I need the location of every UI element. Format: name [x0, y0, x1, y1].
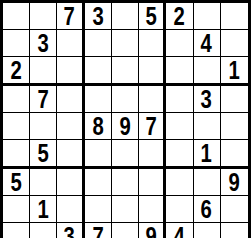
cell-r7c4[interactable] — [85, 169, 112, 196]
cell-r7c9[interactable]: 9 — [221, 169, 248, 196]
cell-r8c3[interactable] — [57, 196, 84, 223]
cell-r2c5[interactable] — [112, 30, 139, 57]
cell-r2c1[interactable] — [3, 30, 30, 57]
cell-r3c7[interactable] — [166, 57, 193, 86]
cell-r9c5[interactable] — [112, 223, 139, 238]
cell-r9c1[interactable] — [3, 223, 30, 238]
cell-r6c3[interactable] — [57, 140, 84, 169]
cell-r7c6[interactable] — [139, 169, 166, 196]
given-digit: 8 — [92, 113, 103, 139]
cell-r5c2[interactable] — [30, 113, 57, 140]
sudoku-board: 73523421738975159163794 — [0, 0, 251, 238]
cell-r6c9[interactable] — [221, 140, 248, 169]
given-digit: 3 — [92, 3, 103, 29]
cell-r1c6[interactable]: 5 — [139, 3, 166, 30]
given-digit: 2 — [10, 57, 21, 83]
cell-r8c9[interactable] — [221, 196, 248, 223]
given-digit: 5 — [38, 140, 49, 166]
cell-r9c6[interactable]: 9 — [139, 223, 166, 238]
cell-r3c4[interactable] — [85, 57, 112, 86]
given-digit: 4 — [201, 30, 212, 56]
cell-r2c3[interactable] — [57, 30, 84, 57]
given-digit: 1 — [201, 140, 212, 166]
cell-r9c8[interactable] — [194, 223, 221, 238]
cell-r3c1[interactable]: 2 — [3, 57, 30, 86]
given-digit: 1 — [229, 57, 240, 83]
given-digit: 5 — [10, 169, 21, 195]
cell-r6c6[interactable] — [139, 140, 166, 169]
cell-r2c4[interactable] — [85, 30, 112, 57]
given-digit: 1 — [38, 196, 49, 222]
cell-r4c6[interactable] — [139, 86, 166, 113]
cell-r6c2[interactable]: 5 — [30, 140, 57, 169]
cell-r8c1[interactable] — [3, 196, 30, 223]
cell-r4c8[interactable]: 3 — [194, 86, 221, 113]
cell-r3c5[interactable] — [112, 57, 139, 86]
given-digit: 6 — [201, 196, 212, 222]
cell-r8c4[interactable] — [85, 196, 112, 223]
cell-r5c3[interactable] — [57, 113, 84, 140]
cell-r2c6[interactable] — [139, 30, 166, 57]
cell-r2c9[interactable] — [221, 30, 248, 57]
cell-r8c2[interactable]: 1 — [30, 196, 57, 223]
cell-r7c7[interactable] — [166, 169, 193, 196]
cell-r6c4[interactable] — [85, 140, 112, 169]
cell-r5c9[interactable] — [221, 113, 248, 140]
cell-r8c7[interactable] — [166, 196, 193, 223]
cell-r9c2[interactable] — [30, 223, 57, 238]
cell-r6c8[interactable]: 1 — [194, 140, 221, 169]
cell-r3c6[interactable] — [139, 57, 166, 86]
cell-r5c5[interactable]: 9 — [112, 113, 139, 140]
given-digit: 7 — [146, 113, 157, 139]
cell-r2c8[interactable]: 4 — [194, 30, 221, 57]
cell-r7c2[interactable] — [30, 169, 57, 196]
given-digit: 3 — [38, 30, 49, 56]
cell-r4c9[interactable] — [221, 86, 248, 113]
cell-r1c8[interactable] — [194, 3, 221, 30]
cell-r7c5[interactable] — [112, 169, 139, 196]
given-digit: 4 — [174, 223, 185, 238]
cell-r5c6[interactable]: 7 — [139, 113, 166, 140]
given-digit: 3 — [64, 223, 75, 238]
cell-r6c7[interactable] — [166, 140, 193, 169]
given-digit: 7 — [92, 223, 103, 238]
cell-r1c3[interactable]: 7 — [57, 3, 84, 30]
cell-r1c5[interactable] — [112, 3, 139, 30]
cell-r4c4[interactable] — [85, 86, 112, 113]
cell-r4c3[interactable] — [57, 86, 84, 113]
cell-r3c9[interactable]: 1 — [221, 57, 248, 86]
cell-r1c2[interactable] — [30, 3, 57, 30]
cell-r4c1[interactable] — [3, 86, 30, 113]
cell-r4c7[interactable] — [166, 86, 193, 113]
cell-r7c8[interactable] — [194, 169, 221, 196]
cell-r1c7[interactable]: 2 — [166, 3, 193, 30]
given-digit: 7 — [38, 86, 49, 112]
cell-r6c5[interactable] — [112, 140, 139, 169]
cell-r8c6[interactable] — [139, 196, 166, 223]
cell-r3c8[interactable] — [194, 57, 221, 86]
cell-r5c7[interactable] — [166, 113, 193, 140]
cell-r6c1[interactable] — [3, 140, 30, 169]
given-digit: 2 — [174, 3, 185, 29]
cell-r9c4[interactable]: 7 — [85, 223, 112, 238]
cell-r1c4[interactable]: 3 — [85, 3, 112, 30]
cell-r8c8[interactable]: 6 — [194, 196, 221, 223]
cell-r3c3[interactable] — [57, 57, 84, 86]
cell-r7c3[interactable] — [57, 169, 84, 196]
cell-r9c7[interactable]: 4 — [166, 223, 193, 238]
cell-r2c7[interactable] — [166, 30, 193, 57]
cell-r3c2[interactable] — [30, 57, 57, 86]
cell-r4c5[interactable] — [112, 86, 139, 113]
cell-r7c1[interactable]: 5 — [3, 169, 30, 196]
cell-r5c4[interactable]: 8 — [85, 113, 112, 140]
given-digit: 9 — [229, 169, 240, 195]
cell-r9c9[interactable] — [221, 223, 248, 238]
given-digit: 3 — [201, 86, 212, 112]
cell-r2c2[interactable]: 3 — [30, 30, 57, 57]
given-digit: 7 — [64, 3, 75, 29]
cell-r5c1[interactable] — [3, 113, 30, 140]
cell-r1c9[interactable] — [221, 3, 248, 30]
cell-r4c2[interactable]: 7 — [30, 86, 57, 113]
given-digit: 9 — [119, 113, 130, 139]
cell-r8c5[interactable] — [112, 196, 139, 223]
given-digit: 9 — [146, 223, 157, 238]
cell-r5c8[interactable] — [194, 113, 221, 140]
cell-r9c3[interactable]: 3 — [57, 223, 84, 238]
given-digit: 5 — [146, 3, 157, 29]
cell-r1c1[interactable] — [3, 3, 30, 30]
